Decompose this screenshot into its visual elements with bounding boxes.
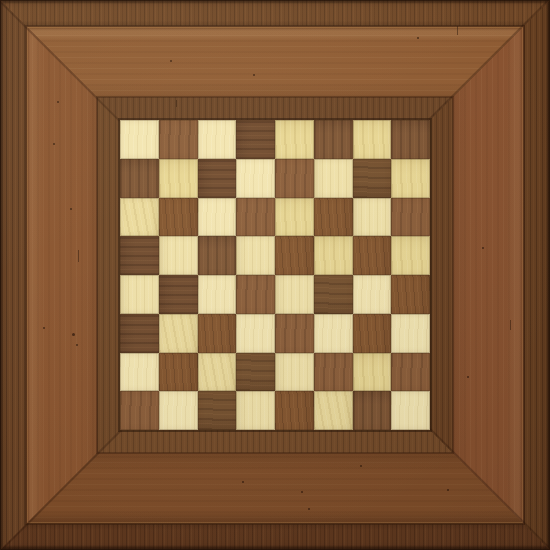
- square-g6[interactable]: [353, 198, 392, 237]
- chess-board: [120, 120, 430, 430]
- square-b7[interactable]: [159, 159, 198, 198]
- square-e8[interactable]: [275, 120, 314, 159]
- square-f2[interactable]: [314, 353, 353, 392]
- square-g2[interactable]: [353, 353, 392, 392]
- square-f7[interactable]: [314, 159, 353, 198]
- square-g1[interactable]: [353, 391, 392, 430]
- wooden-chessboard-photo: Overhead photo of an empty wooden chessb…: [0, 0, 550, 550]
- square-e5[interactable]: [275, 236, 314, 275]
- square-c2[interactable]: [198, 353, 237, 392]
- square-a7[interactable]: [120, 159, 159, 198]
- square-d6[interactable]: [236, 198, 275, 237]
- square-h3[interactable]: [391, 314, 430, 353]
- square-e6[interactable]: [275, 198, 314, 237]
- square-e3[interactable]: [275, 314, 314, 353]
- square-h6[interactable]: [391, 198, 430, 237]
- square-g5[interactable]: [353, 236, 392, 275]
- square-f1[interactable]: [314, 391, 353, 430]
- square-a6[interactable]: [120, 198, 159, 237]
- square-b8[interactable]: [159, 120, 198, 159]
- square-g8[interactable]: [353, 120, 392, 159]
- square-a4[interactable]: [120, 275, 159, 314]
- square-e7[interactable]: [275, 159, 314, 198]
- inner-frame-left-rail: [97, 97, 120, 453]
- middle-frame-bottom-rail: [26, 453, 524, 524]
- square-c1[interactable]: [198, 391, 237, 430]
- square-f3[interactable]: [314, 314, 353, 353]
- square-e1[interactable]: [275, 391, 314, 430]
- square-c3[interactable]: [198, 314, 237, 353]
- square-a3[interactable]: [120, 314, 159, 353]
- middle-frame-right-rail: [453, 26, 524, 524]
- square-g7[interactable]: [353, 159, 392, 198]
- outer-frame-bottom-rail: [0, 524, 550, 550]
- square-d4[interactable]: [236, 275, 275, 314]
- outer-frame-top-rail: [0, 0, 550, 26]
- inner-frame-right-rail: [430, 97, 453, 453]
- square-c6[interactable]: [198, 198, 237, 237]
- square-b6[interactable]: [159, 198, 198, 237]
- square-h7[interactable]: [391, 159, 430, 198]
- square-d5[interactable]: [236, 236, 275, 275]
- square-c4[interactable]: [198, 275, 237, 314]
- square-b2[interactable]: [159, 353, 198, 392]
- square-a8[interactable]: [120, 120, 159, 159]
- square-c7[interactable]: [198, 159, 237, 198]
- square-b4[interactable]: [159, 275, 198, 314]
- outer-frame-right-rail: [524, 0, 550, 550]
- square-a2[interactable]: [120, 353, 159, 392]
- square-f5[interactable]: [314, 236, 353, 275]
- square-d2[interactable]: [236, 353, 275, 392]
- square-d3[interactable]: [236, 314, 275, 353]
- square-b5[interactable]: [159, 236, 198, 275]
- square-e2[interactable]: [275, 353, 314, 392]
- square-b1[interactable]: [159, 391, 198, 430]
- square-a5[interactable]: [120, 236, 159, 275]
- inner-frame-bottom-rail: [97, 430, 453, 453]
- square-d7[interactable]: [236, 159, 275, 198]
- square-h4[interactable]: [391, 275, 430, 314]
- square-f8[interactable]: [314, 120, 353, 159]
- square-h5[interactable]: [391, 236, 430, 275]
- middle-frame-top-rail: [26, 26, 524, 97]
- square-h1[interactable]: [391, 391, 430, 430]
- outer-frame-left-rail: [0, 0, 26, 550]
- square-f4[interactable]: [314, 275, 353, 314]
- square-b3[interactable]: [159, 314, 198, 353]
- square-c8[interactable]: [198, 120, 237, 159]
- square-d1[interactable]: [236, 391, 275, 430]
- middle-frame-left-rail: [26, 26, 97, 524]
- square-h2[interactable]: [391, 353, 430, 392]
- inner-frame-top-rail: [97, 97, 453, 120]
- square-c5[interactable]: [198, 236, 237, 275]
- square-a1[interactable]: [120, 391, 159, 430]
- square-e4[interactable]: [275, 275, 314, 314]
- square-d8[interactable]: [236, 120, 275, 159]
- square-g4[interactable]: [353, 275, 392, 314]
- square-h8[interactable]: [391, 120, 430, 159]
- square-f6[interactable]: [314, 198, 353, 237]
- square-g3[interactable]: [353, 314, 392, 353]
